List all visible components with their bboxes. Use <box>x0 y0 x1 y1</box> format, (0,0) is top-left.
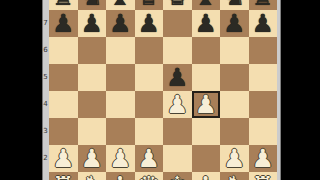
square-b4[interactable] <box>78 91 107 118</box>
chess-board-screenshot: 87654321 ♜♞♝♛♚♝♞♜♟♟♟♟♟♟♟♟♟♟♟♟♟♟♟♟♜♞♝♛♚♝♞… <box>0 0 320 180</box>
black-pawn[interactable]: ♟ <box>223 10 245 37</box>
square-a5[interactable] <box>49 64 78 91</box>
black-pawn[interactable]: ♟ <box>81 10 103 37</box>
square-e1[interactable]: ♚ <box>163 172 192 180</box>
white-pawn[interactable]: ♟ <box>223 145 245 172</box>
square-f5[interactable] <box>192 64 221 91</box>
square-h3[interactable] <box>249 118 278 145</box>
square-c3[interactable] <box>106 118 135 145</box>
square-c1[interactable]: ♝ <box>106 172 135 180</box>
square-d4[interactable] <box>135 91 164 118</box>
rank-label-7: 7 <box>42 10 49 37</box>
white-pawn[interactable]: ♟ <box>138 145 160 172</box>
rank-label-2: 2 <box>42 145 49 172</box>
square-a1[interactable]: ♜ <box>49 172 78 180</box>
square-a4[interactable] <box>49 91 78 118</box>
square-g3[interactable] <box>220 118 249 145</box>
white-pawn[interactable]: ♟ <box>81 145 103 172</box>
square-e4[interactable]: ♟ <box>163 91 192 118</box>
square-d5[interactable] <box>135 64 164 91</box>
square-f7[interactable]: ♟ <box>192 10 221 37</box>
square-f2[interactable] <box>192 145 221 172</box>
white-knight[interactable]: ♞ <box>81 172 103 180</box>
white-queen[interactable]: ♛ <box>138 172 160 180</box>
square-a3[interactable] <box>49 118 78 145</box>
square-g6[interactable] <box>220 37 249 64</box>
right-border-strip <box>277 0 281 180</box>
square-f4[interactable]: ♟ <box>192 91 221 118</box>
square-b2[interactable]: ♟ <box>78 145 107 172</box>
square-f6[interactable] <box>192 37 221 64</box>
black-pawn[interactable]: ♟ <box>252 10 274 37</box>
white-pawn[interactable]: ♟ <box>109 145 131 172</box>
square-h5[interactable] <box>249 64 278 91</box>
square-e3[interactable] <box>163 118 192 145</box>
white-pawn[interactable]: ♟ <box>195 91 217 118</box>
rank-labels: 87654321 <box>42 0 49 180</box>
square-c4[interactable] <box>106 91 135 118</box>
square-b1[interactable]: ♞ <box>78 172 107 180</box>
square-b3[interactable] <box>78 118 107 145</box>
square-f1[interactable]: ♝ <box>192 172 221 180</box>
square-h6[interactable] <box>249 37 278 64</box>
rank-label-5: 5 <box>42 64 49 91</box>
rank-label-3: 3 <box>42 118 49 145</box>
rank-label-6: 6 <box>42 37 49 64</box>
white-rook[interactable]: ♜ <box>52 172 74 180</box>
square-g1[interactable]: ♞ <box>220 172 249 180</box>
white-pawn[interactable]: ♟ <box>166 91 188 118</box>
square-g4[interactable] <box>220 91 249 118</box>
white-king[interactable]: ♚ <box>166 172 188 180</box>
board: ♜♞♝♛♚♝♞♜♟♟♟♟♟♟♟♟♟♟♟♟♟♟♟♟♜♞♝♛♚♝♞♜ <box>49 0 277 180</box>
rank-label-4: 4 <box>42 91 49 118</box>
square-h4[interactable] <box>249 91 278 118</box>
square-d1[interactable]: ♛ <box>135 172 164 180</box>
square-g5[interactable] <box>220 64 249 91</box>
square-e2[interactable] <box>163 145 192 172</box>
rank-label-8: 8 <box>42 0 49 10</box>
square-e5[interactable]: ♟ <box>163 64 192 91</box>
white-knight[interactable]: ♞ <box>223 172 245 180</box>
black-pawn[interactable]: ♟ <box>109 10 131 37</box>
square-g2[interactable]: ♟ <box>220 145 249 172</box>
square-e7[interactable] <box>163 10 192 37</box>
square-g7[interactable]: ♟ <box>220 10 249 37</box>
square-c2[interactable]: ♟ <box>106 145 135 172</box>
square-e8[interactable]: ♚ <box>163 0 192 10</box>
square-e6[interactable] <box>163 37 192 64</box>
white-rook[interactable]: ♜ <box>252 172 274 180</box>
square-a6[interactable] <box>49 37 78 64</box>
white-bishop[interactable]: ♝ <box>195 172 217 180</box>
black-pawn[interactable]: ♟ <box>166 64 188 91</box>
square-h7[interactable]: ♟ <box>249 10 278 37</box>
square-f3[interactable] <box>192 118 221 145</box>
square-c6[interactable] <box>106 37 135 64</box>
black-pawn[interactable]: ♟ <box>195 10 217 37</box>
black-pawn[interactable]: ♟ <box>138 10 160 37</box>
square-b6[interactable] <box>78 37 107 64</box>
square-h1[interactable]: ♜ <box>249 172 278 180</box>
white-bishop[interactable]: ♝ <box>109 172 131 180</box>
square-d3[interactable] <box>135 118 164 145</box>
rank-label-1: 1 <box>42 172 49 180</box>
white-pawn[interactable]: ♟ <box>52 145 74 172</box>
square-c5[interactable] <box>106 64 135 91</box>
square-d7[interactable]: ♟ <box>135 10 164 37</box>
black-pawn[interactable]: ♟ <box>52 10 74 37</box>
white-pawn[interactable]: ♟ <box>252 145 274 172</box>
square-b7[interactable]: ♟ <box>78 10 107 37</box>
square-a2[interactable]: ♟ <box>49 145 78 172</box>
square-d6[interactable] <box>135 37 164 64</box>
square-a7[interactable]: ♟ <box>49 10 78 37</box>
square-b5[interactable] <box>78 64 107 91</box>
black-king[interactable]: ♚ <box>166 0 188 10</box>
square-h2[interactable]: ♟ <box>249 145 278 172</box>
square-d2[interactable]: ♟ <box>135 145 164 172</box>
square-c7[interactable]: ♟ <box>106 10 135 37</box>
